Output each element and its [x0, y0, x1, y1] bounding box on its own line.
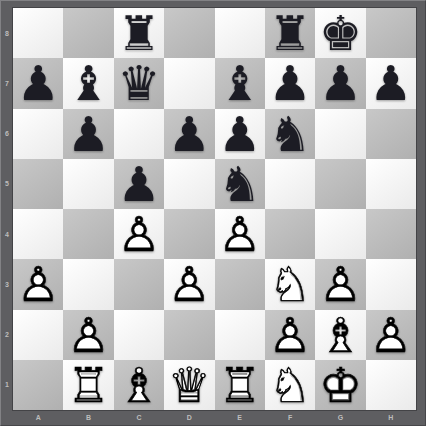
- square-g8[interactable]: ♚: [315, 8, 365, 58]
- piece-white-knight-f1[interactable]: ♞♘: [265, 360, 315, 410]
- square-h3[interactable]: [366, 259, 416, 309]
- piece-white-pawn-b2[interactable]: ♟♙: [64, 310, 114, 360]
- piece-black-pawn-h7[interactable]: ♟: [366, 58, 416, 108]
- square-e1[interactable]: ♜♖: [215, 360, 265, 410]
- square-h1[interactable]: [366, 360, 416, 410]
- square-b4[interactable]: [63, 209, 113, 259]
- square-e5[interactable]: ♞: [215, 159, 265, 209]
- piece-white-queen-d1[interactable]: ♛♕: [164, 360, 214, 410]
- square-d8[interactable]: [164, 8, 214, 58]
- square-c2[interactable]: [114, 310, 164, 360]
- square-h4[interactable]: [366, 209, 416, 259]
- square-f8[interactable]: ♜: [265, 8, 315, 58]
- square-h8[interactable]: [366, 8, 416, 58]
- piece-black-rook-c8[interactable]: ♜: [114, 8, 164, 58]
- square-d3[interactable]: ♟♙: [164, 259, 214, 309]
- square-d4[interactable]: [164, 209, 214, 259]
- rank-label-7: 7: [1, 58, 13, 108]
- piece-black-pawn-e6[interactable]: ♟: [215, 109, 265, 159]
- square-a7[interactable]: ♟: [13, 58, 63, 108]
- board[interactable]: ♜♜♚♟♝♛♝♟♟♟♟♟♟♞♟♞♟♙♟♙♟♙♟♙♞♘♟♙♟♙♟♙♝♗♟♙♜♖♝♗…: [13, 8, 416, 410]
- square-h6[interactable]: [366, 109, 416, 159]
- square-e8[interactable]: [215, 8, 265, 58]
- square-a4[interactable]: [13, 209, 63, 259]
- chess-board-frame: 87654321 ♜♜♚♟♝♛♝♟♟♟♟♟♟♞♟♞♟♙♟♙♟♙♟♙♞♘♟♙♟♙♟…: [0, 0, 426, 426]
- square-c7[interactable]: ♛: [114, 58, 164, 108]
- piece-white-pawn-g3[interactable]: ♟♙: [315, 259, 365, 309]
- square-e2[interactable]: [215, 310, 265, 360]
- piece-black-rook-f8[interactable]: ♜: [265, 8, 315, 58]
- file-label-g: G: [315, 410, 365, 425]
- square-c5[interactable]: ♟: [114, 159, 164, 209]
- piece-black-pawn-f7[interactable]: ♟: [265, 58, 315, 108]
- piece-black-pawn-b6[interactable]: ♟: [64, 109, 114, 159]
- square-f2[interactable]: ♟♙: [265, 310, 315, 360]
- square-f3[interactable]: ♞♘: [265, 259, 315, 309]
- square-e4[interactable]: ♟♙: [215, 209, 265, 259]
- square-g3[interactable]: ♟♙: [315, 259, 365, 309]
- square-g4[interactable]: [315, 209, 365, 259]
- piece-black-queen-c7[interactable]: ♛: [114, 58, 164, 108]
- piece-black-pawn-g7[interactable]: ♟: [315, 58, 365, 108]
- piece-black-pawn-a7[interactable]: ♟: [13, 58, 63, 108]
- rank-label-2: 2: [1, 310, 13, 360]
- square-d1[interactable]: ♛♕: [164, 360, 214, 410]
- square-d2[interactable]: [164, 310, 214, 360]
- file-label-e: E: [215, 410, 265, 425]
- piece-white-bishop-g2[interactable]: ♝♗: [315, 310, 365, 360]
- square-g2[interactable]: ♝♗: [315, 310, 365, 360]
- file-label-h: H: [366, 410, 416, 425]
- square-a2[interactable]: [13, 310, 63, 360]
- square-f6[interactable]: ♞: [265, 109, 315, 159]
- file-label-a: A: [13, 410, 63, 425]
- square-b5[interactable]: [63, 159, 113, 209]
- rank-label-3: 3: [1, 259, 13, 309]
- square-g5[interactable]: [315, 159, 365, 209]
- square-d5[interactable]: [164, 159, 214, 209]
- square-c3[interactable]: [114, 259, 164, 309]
- rank-label-6: 6: [1, 109, 13, 159]
- rank-label-1: 1: [1, 360, 13, 410]
- square-c6[interactable]: [114, 109, 164, 159]
- piece-black-king-g8[interactable]: ♚: [315, 8, 365, 58]
- rank-labels: 87654321: [1, 8, 13, 410]
- file-label-d: D: [164, 410, 214, 425]
- file-label-b: B: [63, 410, 113, 425]
- square-f5[interactable]: [265, 159, 315, 209]
- piece-white-pawn-d3[interactable]: ♟♙: [164, 259, 214, 309]
- square-c4[interactable]: ♟♙: [114, 209, 164, 259]
- rank-label-5: 5: [1, 159, 13, 209]
- square-a6[interactable]: [13, 109, 63, 159]
- piece-white-pawn-f2[interactable]: ♟♙: [265, 310, 315, 360]
- piece-white-bishop-c1[interactable]: ♝♗: [114, 360, 164, 410]
- square-b6[interactable]: ♟: [63, 109, 113, 159]
- rank-label-8: 8: [1, 8, 13, 58]
- square-b1[interactable]: ♜♖: [63, 360, 113, 410]
- square-a3[interactable]: ♟♙: [13, 259, 63, 309]
- square-g1[interactable]: ♚♔: [315, 360, 365, 410]
- square-h5[interactable]: [366, 159, 416, 209]
- piece-black-knight-e5[interactable]: ♞: [215, 159, 265, 209]
- square-e6[interactable]: ♟: [215, 109, 265, 159]
- piece-black-pawn-c5[interactable]: ♟: [114, 159, 164, 209]
- square-b3[interactable]: [63, 259, 113, 309]
- square-f7[interactable]: ♟: [265, 58, 315, 108]
- square-a5[interactable]: [13, 159, 63, 209]
- square-h7[interactable]: ♟: [366, 58, 416, 108]
- square-a1[interactable]: [13, 360, 63, 410]
- piece-white-pawn-e4[interactable]: ♟♙: [215, 209, 265, 259]
- piece-white-pawn-a3[interactable]: ♟♙: [13, 259, 63, 309]
- square-e7[interactable]: ♝: [215, 58, 265, 108]
- piece-white-knight-f3[interactable]: ♞♘: [265, 259, 315, 309]
- piece-white-rook-e1[interactable]: ♜♖: [215, 360, 265, 410]
- piece-black-bishop-e7[interactable]: ♝: [215, 58, 265, 108]
- piece-black-bishop-b7[interactable]: ♝: [64, 58, 114, 108]
- square-d6[interactable]: ♟: [164, 109, 214, 159]
- square-g6[interactable]: [315, 109, 365, 159]
- piece-white-pawn-c4[interactable]: ♟♙: [114, 209, 164, 259]
- square-d7[interactable]: [164, 58, 214, 108]
- square-a8[interactable]: [13, 8, 63, 58]
- file-labels: ABCDEFGH: [13, 410, 416, 425]
- square-c8[interactable]: ♜: [114, 8, 164, 58]
- file-label-c: C: [114, 410, 164, 425]
- square-f4[interactable]: [265, 209, 315, 259]
- square-g7[interactable]: ♟: [315, 58, 365, 108]
- file-label-f: F: [265, 410, 315, 425]
- square-c1[interactable]: ♝♗: [114, 360, 164, 410]
- piece-black-knight-f6[interactable]: ♞: [265, 109, 315, 159]
- piece-white-rook-b1[interactable]: ♜♖: [64, 360, 114, 410]
- piece-black-pawn-d6[interactable]: ♟: [164, 109, 214, 159]
- square-h2[interactable]: ♟♙: [366, 310, 416, 360]
- piece-white-pawn-h2[interactable]: ♟♙: [366, 310, 416, 360]
- square-e3[interactable]: [215, 259, 265, 309]
- square-f1[interactable]: ♞♘: [265, 360, 315, 410]
- piece-white-king-g1[interactable]: ♚♔: [315, 360, 365, 410]
- square-b8[interactable]: [63, 8, 113, 58]
- rank-label-4: 4: [1, 209, 13, 259]
- square-b2[interactable]: ♟♙: [63, 310, 113, 360]
- square-b7[interactable]: ♝: [63, 58, 113, 108]
